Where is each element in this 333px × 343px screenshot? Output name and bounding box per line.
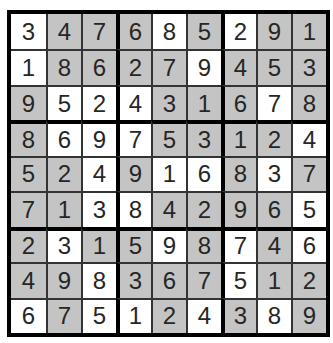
- cell-r2c6: 9: [186, 49, 221, 84]
- cell-r2c5: 7: [151, 49, 186, 84]
- cell-r4c2: 6: [46, 120, 81, 155]
- cell-r7c7: 7: [221, 227, 256, 262]
- cell-r4c1: 8: [11, 120, 46, 155]
- cell-r3c6: 1: [186, 85, 221, 120]
- cell-r9c2: 7: [46, 298, 81, 333]
- cell-r8c6: 7: [186, 262, 221, 297]
- page: 3476852911862794539524316788697531245249…: [0, 0, 333, 343]
- cell-r8c2: 9: [46, 262, 81, 297]
- cell-r8c5: 6: [151, 262, 186, 297]
- cell-r1c6: 5: [186, 14, 221, 49]
- cell-r5c7: 8: [221, 156, 256, 191]
- cell-r7c4: 5: [116, 227, 151, 262]
- cell-r8c8: 1: [256, 262, 291, 297]
- cell-r3c4: 4: [116, 85, 151, 120]
- cell-r7c8: 4: [256, 227, 291, 262]
- cell-r5c9: 7: [291, 156, 326, 191]
- cell-r5c6: 6: [186, 156, 221, 191]
- cell-r4c8: 2: [256, 120, 291, 155]
- cell-r8c1: 4: [11, 262, 46, 297]
- cell-r1c9: 1: [291, 14, 326, 49]
- cell-r2c1: 1: [11, 49, 46, 84]
- cell-r6c2: 1: [46, 191, 81, 226]
- cell-r5c3: 4: [81, 156, 116, 191]
- cell-r4c6: 3: [186, 120, 221, 155]
- cell-r6c4: 8: [116, 191, 151, 226]
- cell-r1c2: 4: [46, 14, 81, 49]
- cell-r6c6: 2: [186, 191, 221, 226]
- cell-r3c1: 9: [11, 85, 46, 120]
- cell-r5c1: 5: [11, 156, 46, 191]
- cell-r5c8: 3: [256, 156, 291, 191]
- cell-r6c9: 5: [291, 191, 326, 226]
- cell-r5c5: 1: [151, 156, 186, 191]
- cell-r2c8: 5: [256, 49, 291, 84]
- cell-r3c8: 7: [256, 85, 291, 120]
- cell-r1c8: 9: [256, 14, 291, 49]
- cell-r1c7: 2: [221, 14, 256, 49]
- cell-r9c6: 4: [186, 298, 221, 333]
- cell-r6c8: 6: [256, 191, 291, 226]
- cell-r2c3: 6: [81, 49, 116, 84]
- cell-r8c9: 2: [291, 262, 326, 297]
- cell-r4c9: 4: [291, 120, 326, 155]
- cell-r6c3: 3: [81, 191, 116, 226]
- cell-r3c3: 2: [81, 85, 116, 120]
- cell-r2c4: 2: [116, 49, 151, 84]
- cell-r8c7: 5: [221, 262, 256, 297]
- cell-r7c6: 8: [186, 227, 221, 262]
- cell-r9c8: 8: [256, 298, 291, 333]
- cell-r9c1: 6: [11, 298, 46, 333]
- cell-r3c2: 5: [46, 85, 81, 120]
- cell-r3c9: 8: [291, 85, 326, 120]
- cell-r5c2: 2: [46, 156, 81, 191]
- cell-r4c4: 7: [116, 120, 151, 155]
- cell-r1c4: 6: [116, 14, 151, 49]
- cell-r4c7: 1: [221, 120, 256, 155]
- cell-r6c5: 4: [151, 191, 186, 226]
- cell-r2c2: 8: [46, 49, 81, 84]
- cell-r9c7: 3: [221, 298, 256, 333]
- cell-r7c2: 3: [46, 227, 81, 262]
- cell-r9c3: 5: [81, 298, 116, 333]
- cell-r9c9: 9: [291, 298, 326, 333]
- cell-r2c9: 3: [291, 49, 326, 84]
- cell-r4c3: 9: [81, 120, 116, 155]
- sudoku-board: 3476852911862794539524316788697531245249…: [7, 10, 330, 337]
- cell-r4c5: 5: [151, 120, 186, 155]
- cell-r6c1: 7: [11, 191, 46, 226]
- cell-r9c4: 1: [116, 298, 151, 333]
- cell-r3c5: 3: [151, 85, 186, 120]
- cell-r2c7: 4: [221, 49, 256, 84]
- cell-r3c7: 6: [221, 85, 256, 120]
- cell-r7c5: 9: [151, 227, 186, 262]
- cell-r6c7: 9: [221, 191, 256, 226]
- cell-r8c4: 3: [116, 262, 151, 297]
- cell-r1c1: 3: [11, 14, 46, 49]
- cell-r1c5: 8: [151, 14, 186, 49]
- cell-r7c1: 2: [11, 227, 46, 262]
- cell-r5c4: 9: [116, 156, 151, 191]
- cell-r1c3: 7: [81, 14, 116, 49]
- cell-r7c3: 1: [81, 227, 116, 262]
- cell-r9c5: 2: [151, 298, 186, 333]
- cell-r8c3: 8: [81, 262, 116, 297]
- cell-r7c9: 6: [291, 227, 326, 262]
